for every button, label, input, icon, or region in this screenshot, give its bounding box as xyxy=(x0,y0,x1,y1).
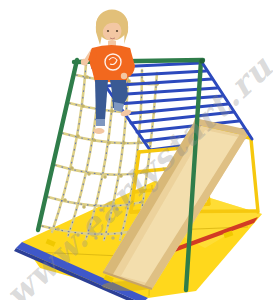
scene-canvas: www.earlystart.ru xyxy=(0,0,273,300)
child-eye-left xyxy=(107,30,109,32)
yellow-right-upright xyxy=(251,139,258,212)
child-hand-left xyxy=(81,59,87,65)
child-eye-right xyxy=(116,30,118,32)
apex-joint xyxy=(199,58,204,63)
photo-climbing-gym: www.earlystart.ru xyxy=(0,0,273,300)
child-cuff-left xyxy=(96,119,105,126)
child-jeans-left-leg xyxy=(95,80,108,120)
child-hand-right xyxy=(121,73,127,79)
child-foot-left xyxy=(94,128,105,134)
child xyxy=(81,10,135,135)
frame-left-pole xyxy=(38,60,77,230)
